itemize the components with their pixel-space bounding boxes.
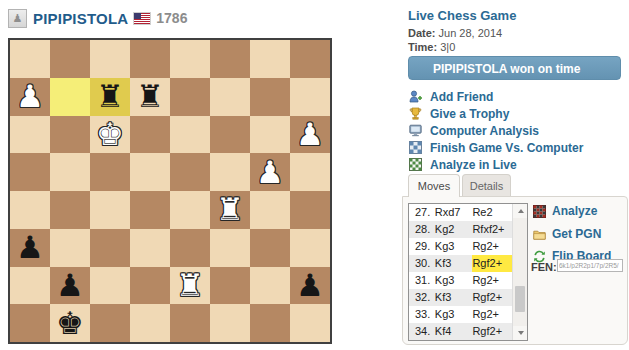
square-b5[interactable] bbox=[250, 191, 290, 229]
square-g8[interactable]: ♚ bbox=[50, 304, 90, 342]
white-rook[interactable]: ♜ bbox=[216, 194, 244, 225]
move-row-27: 27.Rxd7Re2 bbox=[409, 204, 512, 221]
square-c1[interactable] bbox=[210, 40, 250, 78]
move-number: 28. bbox=[409, 221, 435, 238]
move-number: 31. bbox=[409, 272, 435, 289]
add-friend-icon bbox=[409, 90, 422, 103]
black-move[interactable]: Rfxf2+ bbox=[472, 221, 512, 238]
white-pawn[interactable]: ♟ bbox=[16, 81, 44, 112]
time-label: Time: bbox=[408, 41, 437, 53]
tab-details[interactable]: Details bbox=[462, 174, 511, 197]
black-pawn[interactable]: ♟ bbox=[16, 232, 44, 263]
square-f3[interactable]: ♚ bbox=[90, 116, 130, 154]
move-list-box: 27.Rxd7Re228.Kg2Rfxf2+29.Kg3Rg2+30.Kf3Rg… bbox=[408, 203, 528, 341]
live-chess-game-page: ♟ PIPIPISTOLA 1786 ♟♜♜♚♟♟♜♟♟♜♟♚ Live Che… bbox=[0, 0, 629, 350]
square-a3[interactable]: ♟ bbox=[290, 116, 330, 154]
fen-label: FEN: bbox=[531, 261, 557, 273]
scroll-down-icon[interactable] bbox=[513, 326, 528, 340]
black-move[interactable]: Re2 bbox=[472, 204, 512, 221]
square-h6[interactable]: ♟ bbox=[10, 229, 50, 267]
date-value: Jun 28, 2014 bbox=[439, 27, 503, 39]
white-move[interactable]: Kg3 bbox=[435, 306, 473, 323]
fen-input[interactable] bbox=[557, 259, 623, 272]
move-number: 34. bbox=[409, 323, 435, 340]
get-pgn-label: Get PGN bbox=[552, 227, 601, 241]
move-row-28: 28.Kg2Rfxf2+ bbox=[409, 221, 512, 238]
square-g7[interactable]: ♟ bbox=[50, 267, 90, 305]
move-row-30: 30.Kf3Rgf2+ bbox=[409, 255, 512, 272]
black-rook[interactable]: ♜ bbox=[96, 81, 124, 112]
get-pgn-icon bbox=[533, 228, 546, 241]
square-c4[interactable] bbox=[210, 153, 250, 191]
square-a7[interactable]: ♟ bbox=[290, 267, 330, 305]
black-move[interactable]: Rgf2+ bbox=[472, 323, 512, 340]
analyze-button[interactable]: Analyze bbox=[533, 204, 597, 218]
computer-analysis-link[interactable]: Computer Analysis bbox=[409, 123, 539, 138]
black-move[interactable]: Rgf2+ bbox=[472, 289, 512, 306]
move-list: 27.Rxd7Re228.Kg2Rfxf2+29.Kg3Rg2+30.Kf3Rg… bbox=[409, 204, 512, 340]
square-h8[interactable] bbox=[10, 304, 50, 342]
square-c5[interactable]: ♜ bbox=[210, 191, 250, 229]
black-king[interactable]: ♚ bbox=[56, 308, 84, 339]
square-g4[interactable] bbox=[50, 153, 90, 191]
move-row-31: 31.Kg3Rg2+ bbox=[409, 272, 512, 289]
square-c8[interactable] bbox=[210, 304, 250, 342]
analyze-label: Analyze bbox=[552, 204, 597, 218]
square-d3[interactable] bbox=[170, 116, 210, 154]
square-f6[interactable] bbox=[90, 229, 130, 267]
time-value: 3|0 bbox=[440, 41, 455, 53]
square-d7[interactable]: ♜ bbox=[170, 267, 210, 305]
player-bar: ♟ PIPIPISTOLA 1786 bbox=[8, 8, 187, 28]
square-f8[interactable] bbox=[90, 304, 130, 342]
square-a5[interactable] bbox=[290, 191, 330, 229]
black-move[interactable]: Rg2+ bbox=[472, 306, 512, 323]
result-banner: PIPIPISTOLA won on time bbox=[408, 56, 621, 80]
analyze-icon bbox=[533, 205, 546, 218]
square-a8[interactable] bbox=[290, 304, 330, 342]
black-move[interactable]: Rg2+ bbox=[472, 238, 512, 255]
square-e5[interactable] bbox=[130, 191, 170, 229]
square-d5[interactable] bbox=[170, 191, 210, 229]
square-b7[interactable] bbox=[250, 267, 290, 305]
move-number: 30. bbox=[409, 255, 435, 272]
get-pgn-button[interactable]: Get PGN bbox=[533, 227, 601, 241]
game-title[interactable]: Live Chess Game bbox=[408, 8, 516, 23]
square-c7[interactable] bbox=[210, 267, 250, 305]
square-b2[interactable] bbox=[250, 78, 290, 116]
chess-board[interactable]: ♟♜♜♚♟♟♜♟♟♜♟♚ bbox=[8, 38, 332, 344]
give-trophy-label: Give a Trophy bbox=[430, 107, 509, 121]
square-d4[interactable] bbox=[170, 153, 210, 191]
square-b4[interactable]: ♟ bbox=[250, 153, 290, 191]
square-e1[interactable] bbox=[130, 40, 170, 78]
analyze-in-live-link[interactable]: Analyze in Live bbox=[409, 157, 517, 172]
square-e2[interactable]: ♜ bbox=[130, 78, 170, 116]
move-row-32: 32.Kf3Rgf2+ bbox=[409, 289, 512, 306]
square-f2[interactable]: ♜ bbox=[90, 78, 130, 116]
computer-analysis-label: Computer Analysis bbox=[430, 124, 539, 138]
computer-analysis-icon bbox=[409, 124, 422, 137]
square-b1[interactable] bbox=[250, 40, 290, 78]
square-g1[interactable] bbox=[50, 40, 90, 78]
square-e3[interactable] bbox=[130, 116, 170, 154]
square-e7[interactable] bbox=[130, 267, 170, 305]
square-a6[interactable] bbox=[290, 229, 330, 267]
square-h1[interactable] bbox=[10, 40, 50, 78]
move-number: 32. bbox=[409, 289, 435, 306]
player-name[interactable]: PIPIPISTOLA bbox=[33, 10, 128, 27]
move-number: 33. bbox=[409, 306, 435, 323]
square-f5[interactable] bbox=[90, 191, 130, 229]
white-move[interactable]: Kf3 bbox=[435, 255, 473, 272]
move-number: 29. bbox=[409, 238, 435, 255]
finish-game-label: Finish Game Vs. Computer bbox=[430, 141, 583, 155]
square-g5[interactable] bbox=[50, 191, 90, 229]
game-date: Date: Jun 28, 2014 bbox=[408, 27, 502, 39]
black-rook[interactable]: ♜ bbox=[136, 81, 164, 112]
white-move[interactable]: Rxd7 bbox=[435, 204, 473, 221]
square-a1[interactable] bbox=[290, 40, 330, 78]
square-a4[interactable] bbox=[290, 153, 330, 191]
white-move[interactable]: Kg2 bbox=[435, 221, 473, 238]
player-rating: 1786 bbox=[156, 10, 187, 26]
square-h2[interactable]: ♟ bbox=[10, 78, 50, 116]
square-d2[interactable] bbox=[170, 78, 210, 116]
analyze-live-icon bbox=[409, 158, 422, 171]
move-row-34: 34.Kf4Rgf2+ bbox=[409, 323, 512, 340]
white-pawn[interactable]: ♟ bbox=[296, 119, 324, 150]
square-e8[interactable] bbox=[130, 304, 170, 342]
add-friend-label: Add Friend bbox=[430, 90, 493, 104]
square-h4[interactable] bbox=[10, 153, 50, 191]
analyze-in-live-label: Analyze in Live bbox=[430, 158, 517, 172]
square-f1[interactable] bbox=[90, 40, 130, 78]
square-c6[interactable] bbox=[210, 229, 250, 267]
white-rook[interactable]: ♜ bbox=[176, 270, 204, 301]
square-b6[interactable] bbox=[250, 229, 290, 267]
finish-game-link[interactable]: Finish Game Vs. Computer bbox=[409, 140, 583, 155]
player-avatar-icon: ♟ bbox=[8, 9, 27, 28]
square-g6[interactable] bbox=[50, 229, 90, 267]
scroll-up-icon[interactable] bbox=[513, 204, 528, 218]
square-d1[interactable] bbox=[170, 40, 210, 78]
add-friend-link[interactable]: Add Friend bbox=[409, 89, 493, 104]
white-move[interactable]: Kg3 bbox=[435, 238, 473, 255]
give-trophy-link[interactable]: Give a Trophy bbox=[409, 106, 509, 121]
white-move[interactable]: Kg3 bbox=[435, 272, 473, 289]
move-number: 27. bbox=[409, 204, 435, 221]
square-e6[interactable] bbox=[130, 229, 170, 267]
trophy-icon bbox=[409, 107, 422, 120]
square-c3[interactable] bbox=[210, 116, 250, 154]
move-row-29: 29.Kg3Rg2+ bbox=[409, 238, 512, 255]
black-move[interactable]: Rgf2+ bbox=[472, 255, 512, 272]
game-time-control: Time: 3|0 bbox=[408, 41, 455, 53]
square-g2[interactable] bbox=[50, 78, 90, 116]
square-a2[interactable] bbox=[290, 78, 330, 116]
finish-game-icon bbox=[409, 141, 422, 154]
white-king[interactable]: ♚ bbox=[96, 119, 124, 150]
square-h3[interactable] bbox=[10, 116, 50, 154]
square-h5[interactable] bbox=[10, 191, 50, 229]
black-pawn[interactable]: ♟ bbox=[296, 270, 324, 301]
square-c2[interactable] bbox=[210, 78, 250, 116]
square-f7[interactable] bbox=[90, 267, 130, 305]
white-move[interactable]: Kf3 bbox=[435, 289, 473, 306]
scrollbar-thumb[interactable] bbox=[515, 286, 525, 312]
us-flag-icon bbox=[134, 13, 150, 24]
white-move[interactable]: Kf4 bbox=[435, 323, 473, 340]
square-h7[interactable] bbox=[10, 267, 50, 305]
square-d8[interactable] bbox=[170, 304, 210, 342]
move-row-33: 33.Kg3Rg2+ bbox=[409, 306, 512, 323]
square-f4[interactable] bbox=[90, 153, 130, 191]
date-label: Date: bbox=[408, 27, 436, 39]
tab-moves[interactable]: Moves bbox=[408, 174, 460, 197]
square-b3[interactable] bbox=[250, 116, 290, 154]
square-g3[interactable] bbox=[50, 116, 90, 154]
square-d6[interactable] bbox=[170, 229, 210, 267]
black-pawn[interactable]: ♟ bbox=[56, 270, 84, 301]
black-move[interactable]: Rg2+ bbox=[472, 272, 512, 289]
square-b8[interactable] bbox=[250, 304, 290, 342]
white-pawn[interactable]: ♟ bbox=[256, 157, 284, 188]
square-e4[interactable] bbox=[130, 153, 170, 191]
move-list-scrollbar[interactable] bbox=[512, 204, 527, 340]
